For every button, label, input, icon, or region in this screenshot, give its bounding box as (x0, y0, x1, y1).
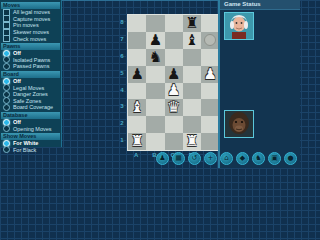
section-header-pawns: Pawns (1, 43, 60, 50)
black-pawn-b7[interactable]: ♟ (146, 32, 164, 49)
checkbox-box-icon[interactable] (3, 35, 10, 42)
option-label: All legal moves (13, 9, 50, 15)
game-status-panel: Game Status ♔ sirabbaga -07.06 G/3 Fisch… (218, 0, 300, 168)
pieces-button[interactable]: ♟ (156, 152, 169, 165)
square-a6[interactable] (128, 49, 146, 66)
square-d4[interactable] (183, 83, 201, 100)
option-label: Check moves (13, 36, 46, 42)
option-label: Board Coverage (13, 104, 53, 110)
white-bishop-a3[interactable]: ♝ (128, 99, 146, 116)
rank-label-4: 4 (118, 87, 126, 93)
option-label: Off (13, 78, 21, 84)
square-a4[interactable] (128, 83, 146, 100)
radio-isolated-pawns[interactable]: Isolated Pawns (0, 57, 61, 64)
square-a3[interactable]: ♝ (128, 99, 146, 116)
game-status-header: Game Status (220, 0, 300, 10)
white-rook-a1[interactable]: ♜ (128, 133, 146, 150)
square-e3[interactable] (201, 99, 219, 116)
section-header-database: Database (1, 112, 60, 119)
option-label: For White (13, 140, 38, 146)
new-game-button[interactable]: + (204, 152, 217, 165)
square-e2[interactable] (201, 116, 219, 133)
chimp-avatar-image (225, 111, 253, 137)
radio-off[interactable]: Off (0, 119, 61, 126)
undo-button[interactable]: ↺ (188, 152, 201, 165)
square-c6[interactable] (165, 49, 183, 66)
mentor-button[interactable]: ♞ (252, 152, 265, 165)
section-header-board: Board (1, 71, 60, 78)
rank-label-2: 2 (118, 120, 126, 126)
black-rook-d8[interactable]: ♜ (183, 15, 201, 32)
option-label: Opening Moves (13, 126, 52, 132)
square-d6[interactable] (183, 49, 201, 66)
radio-dot-icon[interactable] (3, 63, 10, 70)
white-pawn-e5[interactable]: ♟ (201, 66, 219, 83)
square-e4[interactable] (201, 83, 219, 100)
square-b3[interactable] (146, 99, 164, 116)
square-a2[interactable] (128, 116, 146, 133)
square-d8[interactable]: ♜ (183, 15, 201, 32)
black-pawn-c5[interactable]: ♟ (165, 66, 183, 83)
section-header-show-moves: Show Moves (1, 133, 60, 140)
square-e6[interactable] (201, 49, 219, 66)
square-b6[interactable]: ♞ (146, 49, 164, 66)
rank-label-5: 5 (118, 70, 126, 76)
option-label: Skewer moves (13, 29, 49, 35)
radio-for-white[interactable]: For White (0, 140, 61, 147)
radio-legal-moves[interactable]: Legal Moves (0, 84, 61, 91)
rank-label-6: 6 (118, 53, 126, 59)
black-knight-b6[interactable]: ♞ (146, 49, 164, 66)
square-b2[interactable] (146, 116, 164, 133)
record-button[interactable]: ● (284, 152, 297, 165)
player2-avatar (224, 110, 254, 138)
square-c5[interactable]: ♟ (165, 66, 183, 83)
square-b8[interactable] (146, 15, 164, 32)
square-c1[interactable] (165, 133, 183, 150)
rank-label-7: 7 (118, 36, 126, 42)
square-d1[interactable]: ♜ (183, 133, 201, 150)
square-a5[interactable]: ♟ (128, 66, 146, 83)
option-label: Off (13, 50, 21, 56)
square-d3[interactable] (183, 99, 201, 116)
board-setup-button[interactable]: ▦ (172, 152, 185, 165)
radio-dot-icon[interactable] (3, 125, 10, 132)
black-pawn-a5[interactable]: ♟ (128, 66, 146, 83)
square-c4[interactable]: ♟ (165, 83, 183, 100)
option-label: Capture moves (13, 16, 50, 22)
layout-button[interactable]: ▣ (268, 152, 281, 165)
radio-off[interactable]: Off (0, 50, 61, 57)
square-d7[interactable]: ♝ (183, 32, 201, 49)
old-man-avatar-image (225, 13, 253, 39)
white-queen-c3[interactable]: ♛ (165, 99, 183, 116)
square-e8[interactable] (201, 15, 219, 32)
bottom-toolbar: ♟▦↺+⌂◆♞▣● (156, 152, 300, 165)
radio-dot-icon[interactable] (3, 104, 10, 111)
square-d2[interactable] (183, 116, 201, 133)
square-d5[interactable] (183, 66, 201, 83)
rank-label-1: 1 (118, 137, 126, 143)
square-a1[interactable]: ♜ (128, 133, 146, 150)
option-label: Pin moves (13, 22, 39, 28)
square-c3[interactable]: ♛ (165, 99, 183, 116)
square-b1[interactable] (146, 133, 164, 150)
white-rook-d1[interactable]: ♜ (183, 133, 201, 150)
square-a8[interactable] (128, 15, 146, 32)
option-label: Safe Zones (13, 98, 41, 104)
square-b7[interactable]: ♟ (146, 32, 164, 49)
home-button[interactable]: ⌂ (220, 152, 233, 165)
option-label: For Black (13, 147, 36, 153)
rank-label-3: 3 (118, 103, 126, 109)
radio-passed-pawns[interactable]: Passed Pawns (0, 63, 61, 70)
option-label: Isolated Pawns (13, 57, 50, 63)
white-pawn-c4[interactable]: ♟ (165, 83, 183, 100)
file-label-a: A (127, 152, 145, 160)
square-c7[interactable] (165, 32, 183, 49)
rank-label-8: 8 (118, 19, 126, 25)
radio-opening-moves[interactable]: Opening Moves (0, 125, 61, 132)
radio-danger-zones[interactable]: Danger Zones (0, 91, 61, 98)
square-c2[interactable] (165, 116, 183, 133)
radio-dot-icon[interactable] (3, 146, 10, 153)
square-c8[interactable] (165, 15, 183, 32)
square-b5[interactable] (146, 66, 164, 83)
option-label: Passed Pawns (13, 63, 49, 69)
checkbox-check-moves[interactable]: Check moves (0, 35, 61, 42)
board-panel: 87654321 ABCDEFGH ♜♜♚♟♝♟♞♟♟♟♟♟♟♛♝♛♟♟♝♜♜♚ (62, 0, 218, 168)
option-label: Danger Zones (13, 91, 48, 97)
radio-board-coverage[interactable]: Board Coverage (0, 104, 61, 111)
radio-for-black[interactable]: For Black (0, 147, 61, 154)
black-bishop-d7[interactable]: ♝ (183, 32, 201, 49)
option-label: Legal Moves (13, 85, 44, 91)
square-b4[interactable] (146, 83, 164, 100)
square-a7[interactable] (128, 32, 146, 49)
radio-off[interactable]: Off (0, 78, 61, 85)
radio-safe-zones[interactable]: Safe Zones (0, 98, 61, 105)
hint-button[interactable]: ◆ (236, 152, 249, 165)
option-label: Off (13, 119, 21, 125)
square-e1[interactable] (201, 133, 219, 150)
options-sidebar: MovesAll legal movesCapture movesPin mov… (0, 0, 62, 147)
square-e5[interactable]: ♟ (201, 66, 219, 83)
player1-avatar (224, 12, 254, 40)
